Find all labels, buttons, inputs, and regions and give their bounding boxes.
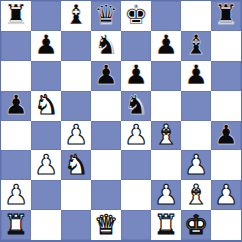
black-pawn[interactable]: ♟	[4, 91, 28, 119]
square-d1[interactable]: ♛	[91, 210, 121, 240]
white-bishop[interactable]: ♝	[184, 180, 208, 208]
square-d8[interactable]: ♛	[91, 1, 121, 31]
black-king[interactable]: ♚	[124, 1, 148, 29]
square-h5[interactable]	[211, 91, 241, 121]
square-a7[interactable]	[1, 31, 31, 61]
square-f3[interactable]	[151, 150, 181, 180]
square-e2[interactable]	[121, 180, 151, 210]
square-c8[interactable]: ♝	[61, 1, 91, 31]
square-b8[interactable]	[31, 1, 61, 31]
square-e5[interactable]: ♞	[121, 91, 151, 121]
square-e1[interactable]	[121, 210, 151, 240]
white-knight[interactable]: ♞	[34, 91, 58, 119]
square-e8[interactable]: ♚	[121, 1, 151, 31]
white-pawn[interactable]: ♟	[64, 121, 88, 149]
square-f6[interactable]	[151, 61, 181, 91]
black-bishop[interactable]: ♝	[184, 31, 208, 59]
square-g7[interactable]: ♝	[181, 31, 211, 61]
square-h3[interactable]	[211, 150, 241, 180]
square-h8[interactable]: ♜	[211, 1, 241, 31]
white-queen[interactable]: ♛	[94, 210, 118, 238]
square-h2[interactable]: ♟	[211, 180, 241, 210]
square-c6[interactable]	[61, 61, 91, 91]
black-pawn[interactable]: ♟	[154, 31, 178, 59]
square-d4[interactable]	[91, 121, 121, 151]
square-e3[interactable]	[121, 150, 151, 180]
square-a2[interactable]: ♟	[1, 180, 31, 210]
black-pawn[interactable]: ♟	[34, 31, 58, 59]
square-g2[interactable]: ♝	[181, 180, 211, 210]
square-c4[interactable]: ♟	[61, 121, 91, 151]
square-a1[interactable]: ♜	[1, 210, 31, 240]
square-b7[interactable]: ♟	[31, 31, 61, 61]
square-a4[interactable]	[1, 121, 31, 151]
square-e7[interactable]	[121, 31, 151, 61]
square-c3[interactable]: ♞	[61, 150, 91, 180]
square-g3[interactable]: ♟	[181, 150, 211, 180]
square-c2[interactable]	[61, 180, 91, 210]
square-b1[interactable]	[31, 210, 61, 240]
square-f2[interactable]: ♟	[151, 180, 181, 210]
square-e6[interactable]: ♟	[121, 61, 151, 91]
square-b3[interactable]: ♟	[31, 150, 61, 180]
square-a6[interactable]	[1, 61, 31, 91]
square-a8[interactable]: ♜	[1, 1, 31, 31]
square-b2[interactable]	[31, 180, 61, 210]
black-pawn[interactable]: ♟	[94, 61, 118, 89]
black-pawn[interactable]: ♟	[124, 61, 148, 89]
black-pawn[interactable]: ♟	[184, 61, 208, 89]
square-b4[interactable]	[31, 121, 61, 151]
square-d6[interactable]: ♟	[91, 61, 121, 91]
square-a5[interactable]: ♟	[1, 91, 31, 121]
square-c1[interactable]	[61, 210, 91, 240]
square-f8[interactable]	[151, 1, 181, 31]
black-queen[interactable]: ♛	[94, 1, 118, 29]
black-knight[interactable]: ♞	[94, 31, 118, 59]
square-g8[interactable]	[181, 1, 211, 31]
square-b6[interactable]	[31, 61, 61, 91]
square-a3[interactable]	[1, 150, 31, 180]
square-d7[interactable]: ♞	[91, 31, 121, 61]
square-h4[interactable]: ♟	[211, 121, 241, 151]
white-pawn[interactable]: ♟	[154, 180, 178, 208]
square-d5[interactable]	[91, 91, 121, 121]
white-pawn[interactable]: ♟	[184, 150, 208, 178]
square-h6[interactable]	[211, 61, 241, 91]
square-h1[interactable]	[211, 210, 241, 240]
white-knight[interactable]: ♞	[64, 150, 88, 178]
square-b5[interactable]: ♞	[31, 91, 61, 121]
square-f7[interactable]: ♟	[151, 31, 181, 61]
square-c7[interactable]	[61, 31, 91, 61]
white-king[interactable]: ♚	[184, 210, 208, 238]
white-pawn[interactable]: ♟	[214, 180, 238, 208]
white-pawn[interactable]: ♟	[124, 121, 148, 149]
white-pawn[interactable]: ♟	[34, 150, 58, 178]
square-h7[interactable]	[211, 31, 241, 61]
white-pawn[interactable]: ♟	[4, 180, 28, 208]
white-rook[interactable]: ♜	[4, 210, 28, 238]
square-d2[interactable]	[91, 180, 121, 210]
square-g6[interactable]: ♟	[181, 61, 211, 91]
square-e4[interactable]: ♟	[121, 121, 151, 151]
square-f5[interactable]	[151, 91, 181, 121]
square-d3[interactable]	[91, 150, 121, 180]
white-rook[interactable]: ♜	[154, 210, 178, 238]
black-rook[interactable]: ♜	[214, 1, 238, 29]
white-bishop[interactable]: ♝	[154, 121, 178, 149]
square-g5[interactable]	[181, 91, 211, 121]
black-knight[interactable]: ♞	[124, 91, 148, 119]
square-f1[interactable]: ♜	[151, 210, 181, 240]
black-bishop[interactable]: ♝	[64, 1, 88, 29]
black-pawn[interactable]: ♟	[214, 121, 238, 149]
square-g1[interactable]: ♚	[181, 210, 211, 240]
square-f4[interactable]: ♝	[151, 121, 181, 151]
square-g4[interactable]	[181, 121, 211, 151]
black-rook[interactable]: ♜	[4, 1, 28, 29]
chess-board: ♜♝♛♚♜♟♞♟♝♟♟♟♟♞♞♟♟♝♟♟♞♟♟♟♝♟♜♛♜♚	[0, 0, 242, 242]
square-c5[interactable]	[61, 91, 91, 121]
